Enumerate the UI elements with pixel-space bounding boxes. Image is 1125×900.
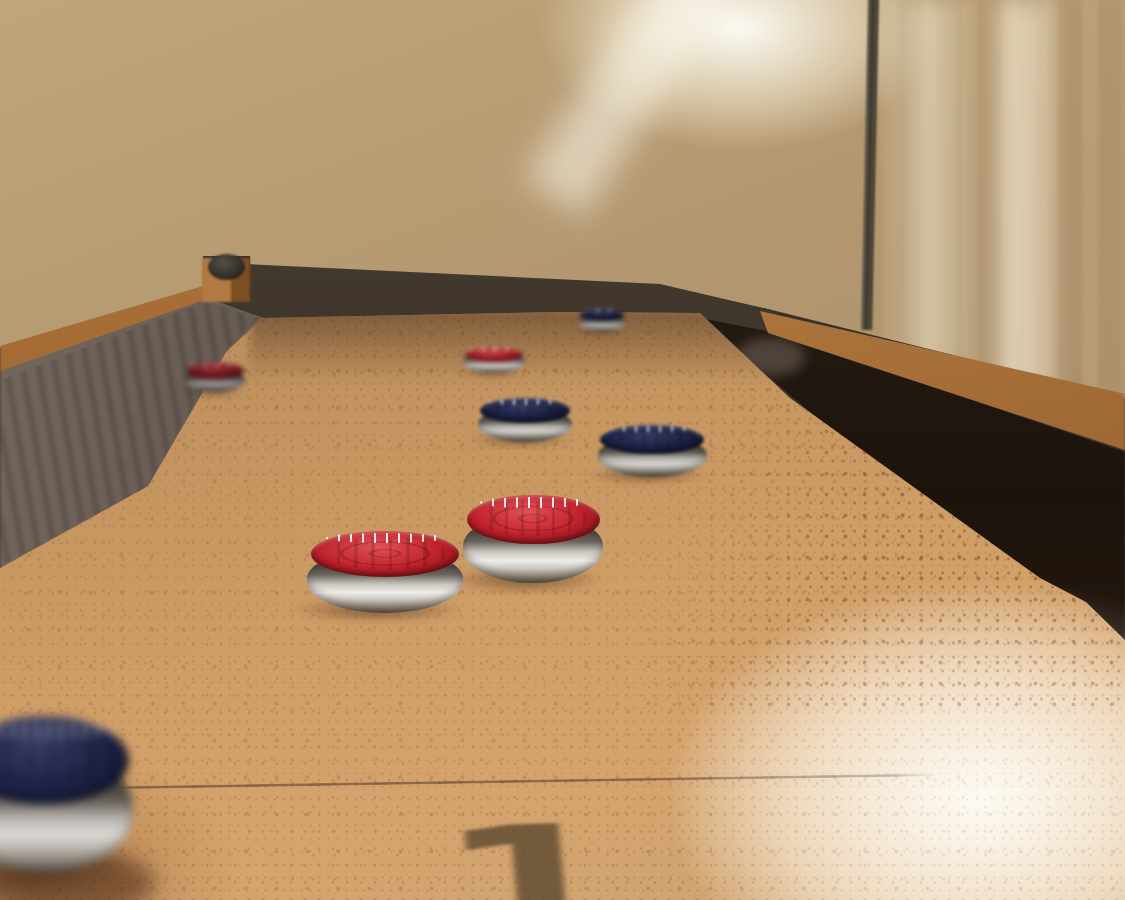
puck-blue[interactable] (579, 308, 625, 332)
puck-red[interactable] (463, 495, 603, 583)
puck-cap (465, 347, 524, 362)
puck-blue[interactable] (598, 425, 707, 478)
puck-cap (311, 531, 459, 577)
puck-cap (467, 495, 600, 544)
puck-red[interactable] (185, 362, 245, 392)
puck-cap (187, 362, 244, 379)
pucks-layer (0, 0, 1125, 900)
puck-blue[interactable] (0, 716, 133, 874)
puck-cap (480, 398, 569, 423)
puck-cap (600, 425, 704, 455)
puck-red[interactable] (463, 347, 525, 374)
puck-red[interactable] (307, 531, 463, 613)
shuffleboard-scene: 1 (0, 0, 1125, 900)
puck-blue[interactable] (478, 398, 572, 442)
